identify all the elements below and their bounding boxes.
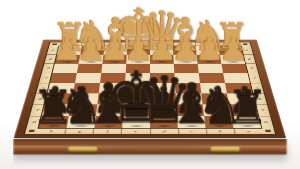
- black-bishop-piece: ♝: [83, 81, 133, 128]
- white-pawn-piece: ♟: [219, 36, 248, 63]
- black-bishop-piece: ♝: [167, 81, 217, 128]
- corner-inlay: [29, 130, 35, 133]
- cell-c8: ♝: [177, 116, 206, 128]
- photo-background: hgfedcba hgfedcba 12345678 12345678 ♜♞♝♚…: [0, 0, 300, 169]
- cell-f8: ♝: [94, 116, 123, 128]
- pieces-layer: ♜♞♝♚♛♝♞♜♟♟♟♟♟♟♟♟♟♟♟♟♟♟♟♟♜♞♝♚♛♝♞♜: [39, 46, 262, 128]
- chessboard: hgfedcba hgfedcba 12345678 12345678 ♜♞♝♚…: [13, 39, 286, 138]
- cell-b2: ♟: [196, 55, 221, 64]
- corner-inlay: [265, 130, 271, 133]
- cell-a2: ♟: [220, 55, 245, 64]
- board-shadow: [1, 139, 300, 158]
